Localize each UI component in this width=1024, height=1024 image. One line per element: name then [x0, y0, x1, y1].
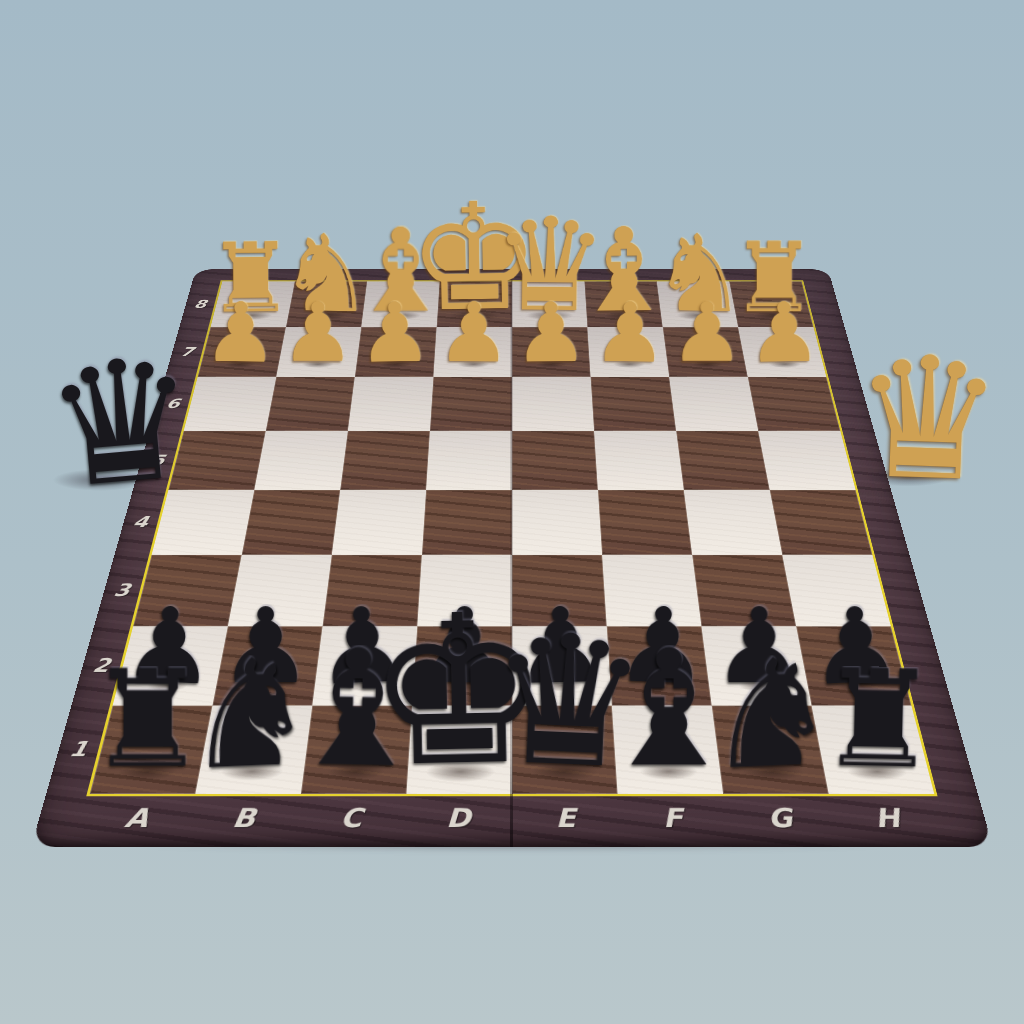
white-pawn-glyph: ♟ — [436, 299, 510, 365]
file-label-d: D — [440, 803, 476, 834]
file-label-g: G — [760, 803, 800, 834]
black-rook-glyph: ♜ — [817, 665, 939, 775]
file-label-a: A — [116, 803, 158, 834]
file-label-c: C — [332, 803, 370, 834]
file-label-h: H — [866, 803, 908, 834]
white-pawn-glyph: ♟ — [670, 300, 744, 366]
spare-white-queen[interactable]: ♛ — [850, 350, 995, 489]
white-pawn-glyph: ♟ — [746, 299, 821, 366]
white-pawn-glyph: ♟ — [357, 299, 432, 366]
file-label-b: B — [224, 803, 264, 834]
photo-stage: ♜♞♝♚♛♝♞♜♟♟♟♟♟♟♟♟♟♟♟♟♟♟♟♟♜♞♝♚♛♝♞♜ 1234567… — [0, 0, 1024, 1024]
white-pawn-glyph: ♟ — [514, 299, 588, 365]
file-label-f: F — [654, 803, 692, 834]
file-label-e: E — [548, 803, 584, 834]
white-pawn-glyph: ♟ — [592, 299, 667, 366]
pieces-layer: ♜♞♝♚♛♝♞♜♟♟♟♟♟♟♟♟♟♟♟♟♟♟♟♟♜♞♝♚♛♝♞♜ — [90, 281, 935, 793]
white-pawn-glyph: ♟ — [203, 299, 278, 366]
white-pawn-glyph: ♟ — [281, 300, 355, 366]
spare-black-queen[interactable]: ♛ — [41, 350, 192, 496]
